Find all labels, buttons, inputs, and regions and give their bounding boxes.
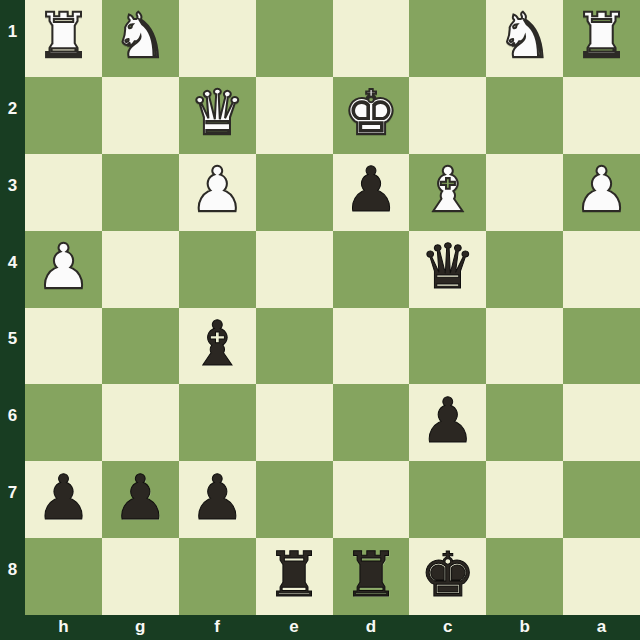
square-e7[interactable] <box>256 461 333 538</box>
square-b5[interactable] <box>486 308 563 385</box>
black-rook-d8[interactable]: ♜ <box>343 544 399 606</box>
square-e4[interactable] <box>256 231 333 308</box>
square-c7[interactable] <box>409 461 486 538</box>
white-king-d2[interactable]: ♚ <box>343 82 399 144</box>
white-pawn-h4[interactable]: ♟ <box>36 236 92 298</box>
square-d3[interactable]: ♟ <box>333 154 410 231</box>
square-g7[interactable]: ♟ <box>102 461 179 538</box>
square-h2[interactable] <box>25 77 102 154</box>
square-a2[interactable] <box>563 77 640 154</box>
square-h1[interactable]: ♜ <box>25 0 102 77</box>
rank-label-4: 4 <box>0 224 25 301</box>
square-b1[interactable]: ♞ <box>486 0 563 77</box>
white-bishop-c3[interactable]: ♝ <box>420 159 476 221</box>
chess-board: ♜♞♞♜♛♚♟♟♝♟♟♛♝♟♟♟♟♜♜♚ <box>25 0 640 615</box>
file-label-b: b <box>486 614 563 639</box>
square-a5[interactable] <box>563 308 640 385</box>
square-h6[interactable] <box>25 384 102 461</box>
rank-label-6: 6 <box>0 377 25 454</box>
white-queen-f2[interactable]: ♛ <box>189 82 245 144</box>
square-g8[interactable] <box>102 538 179 615</box>
rank-labels: 12345678 <box>0 0 25 615</box>
white-rook-a1[interactable]: ♜ <box>574 5 630 67</box>
square-f7[interactable]: ♟ <box>179 461 256 538</box>
black-pawn-f7[interactable]: ♟ <box>189 467 245 529</box>
white-knight-b1[interactable]: ♞ <box>497 5 553 67</box>
square-f6[interactable] <box>179 384 256 461</box>
square-b2[interactable] <box>486 77 563 154</box>
square-d8[interactable]: ♜ <box>333 538 410 615</box>
square-g6[interactable] <box>102 384 179 461</box>
square-g1[interactable]: ♞ <box>102 0 179 77</box>
square-d2[interactable]: ♚ <box>333 77 410 154</box>
square-b8[interactable] <box>486 538 563 615</box>
square-d1[interactable] <box>333 0 410 77</box>
square-h4[interactable]: ♟ <box>25 231 102 308</box>
rank-label-3: 3 <box>0 147 25 224</box>
black-pawn-d3[interactable]: ♟ <box>343 159 399 221</box>
square-c6[interactable]: ♟ <box>409 384 486 461</box>
black-king-c8[interactable]: ♚ <box>420 544 476 606</box>
white-knight-g1[interactable]: ♞ <box>113 5 169 67</box>
square-h8[interactable] <box>25 538 102 615</box>
white-pawn-f3[interactable]: ♟ <box>189 159 245 221</box>
square-b7[interactable] <box>486 461 563 538</box>
black-bishop-f5[interactable]: ♝ <box>189 313 245 375</box>
square-c3[interactable]: ♝ <box>409 154 486 231</box>
square-b4[interactable] <box>486 231 563 308</box>
square-g5[interactable] <box>102 308 179 385</box>
square-a8[interactable] <box>563 538 640 615</box>
file-label-f: f <box>179 614 256 639</box>
square-g2[interactable] <box>102 77 179 154</box>
square-e5[interactable] <box>256 308 333 385</box>
file-label-a: a <box>563 614 640 639</box>
square-h3[interactable] <box>25 154 102 231</box>
square-a6[interactable] <box>563 384 640 461</box>
rank-label-7: 7 <box>0 454 25 531</box>
square-a1[interactable]: ♜ <box>563 0 640 77</box>
black-pawn-c6[interactable]: ♟ <box>420 390 476 452</box>
rank-label-1: 1 <box>0 0 25 70</box>
square-f1[interactable] <box>179 0 256 77</box>
white-pawn-a3[interactable]: ♟ <box>574 159 630 221</box>
square-d7[interactable] <box>333 461 410 538</box>
square-c8[interactable]: ♚ <box>409 538 486 615</box>
square-e1[interactable] <box>256 0 333 77</box>
square-b6[interactable] <box>486 384 563 461</box>
file-labels: hgfedcba <box>25 615 640 640</box>
square-c1[interactable] <box>409 0 486 77</box>
square-e2[interactable] <box>256 77 333 154</box>
file-label-c: c <box>409 614 486 639</box>
square-g3[interactable] <box>102 154 179 231</box>
square-f3[interactable]: ♟ <box>179 154 256 231</box>
rank-label-8: 8 <box>0 531 25 608</box>
square-c2[interactable] <box>409 77 486 154</box>
square-f4[interactable] <box>179 231 256 308</box>
square-c5[interactable] <box>409 308 486 385</box>
square-g4[interactable] <box>102 231 179 308</box>
square-e6[interactable] <box>256 384 333 461</box>
square-d5[interactable] <box>333 308 410 385</box>
file-label-d: d <box>333 614 410 639</box>
chess-board-stage: 12345678 ♜♞♞♜♛♚♟♟♝♟♟♛♝♟♟♟♟♜♜♚ hgfedcba <box>0 0 640 640</box>
black-queen-c4[interactable]: ♛ <box>420 236 476 298</box>
square-d4[interactable] <box>333 231 410 308</box>
file-label-g: g <box>102 614 179 639</box>
black-pawn-h7[interactable]: ♟ <box>36 467 92 529</box>
square-h7[interactable]: ♟ <box>25 461 102 538</box>
rank-label-2: 2 <box>0 70 25 147</box>
square-a4[interactable] <box>563 231 640 308</box>
square-e3[interactable] <box>256 154 333 231</box>
square-e8[interactable]: ♜ <box>256 538 333 615</box>
square-a3[interactable]: ♟ <box>563 154 640 231</box>
square-c4[interactable]: ♛ <box>409 231 486 308</box>
square-f5[interactable]: ♝ <box>179 308 256 385</box>
white-rook-h1[interactable]: ♜ <box>36 5 92 67</box>
square-h5[interactable] <box>25 308 102 385</box>
black-pawn-g7[interactable]: ♟ <box>113 467 169 529</box>
black-rook-e8[interactable]: ♜ <box>266 544 322 606</box>
square-f8[interactable] <box>179 538 256 615</box>
rank-label-5: 5 <box>0 301 25 378</box>
square-b3[interactable] <box>486 154 563 231</box>
square-d6[interactable] <box>333 384 410 461</box>
square-f2[interactable]: ♛ <box>179 77 256 154</box>
square-a7[interactable] <box>563 461 640 538</box>
file-label-h: h <box>25 614 102 639</box>
file-label-e: e <box>256 614 333 639</box>
